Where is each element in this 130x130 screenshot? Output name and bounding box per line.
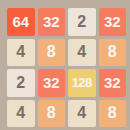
tile-r4c2-8: 8: [38, 100, 66, 128]
tile-r3c2-32: 32: [38, 69, 66, 97]
tile-r2c3-4: 4: [68, 39, 96, 67]
tile-r4c3-4: 4: [68, 100, 96, 128]
tile-r2c1-4: 4: [7, 39, 35, 67]
tile-r4c4-8: 8: [99, 100, 127, 128]
tile-r1c2-32: 32: [38, 8, 66, 36]
tile-r4c1-4: 4: [7, 100, 35, 128]
tile-r1c4-32: 32: [99, 8, 127, 36]
tile-r3c4-32: 32: [99, 69, 127, 97]
tile-r2c4-8: 8: [99, 39, 127, 67]
tile-r1c3-2: 2: [68, 8, 96, 36]
tile-r2c2-8: 8: [38, 39, 66, 67]
tile-r3c3-128: 128: [68, 69, 96, 97]
2048-board[interactable]: 64322324848232128324848: [0, 0, 130, 130]
tile-r3c1-2: 2: [7, 69, 35, 97]
tile-r1c1-64: 64: [7, 8, 35, 36]
